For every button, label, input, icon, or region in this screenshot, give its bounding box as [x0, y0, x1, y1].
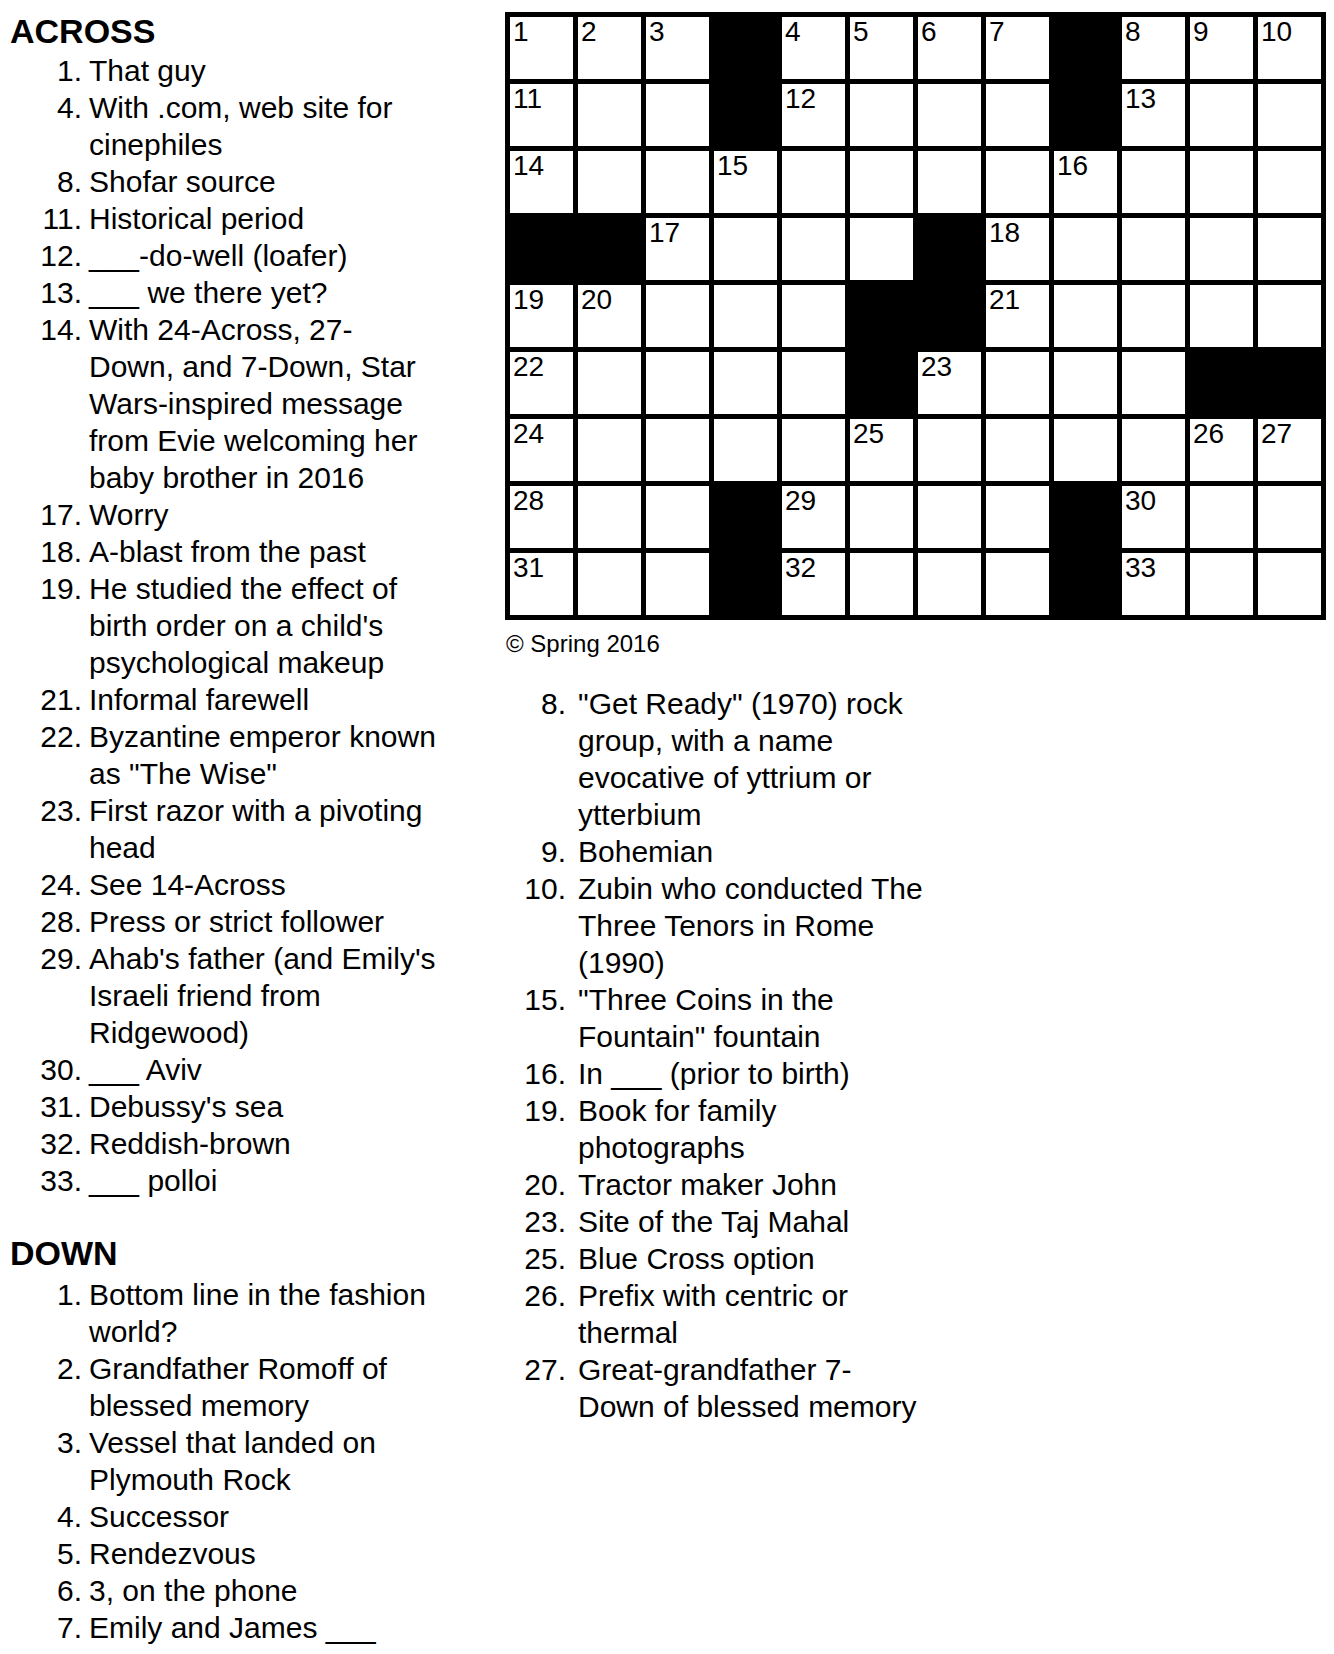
grid-cell — [578, 352, 641, 414]
grid-cell — [782, 352, 845, 414]
clue: 4.Successor — [10, 1498, 482, 1535]
clue-text: Rendezvous — [89, 1535, 256, 1572]
clue: 32.Reddish-brown — [10, 1125, 482, 1162]
black-cell — [1054, 553, 1117, 615]
clue: 4.With .com, web site for cinephiles — [10, 89, 482, 163]
clue-text: Blue Cross option — [578, 1240, 815, 1277]
clue-number: 32. — [10, 1125, 82, 1162]
cell-number: 9 — [1193, 18, 1209, 46]
grid-cell: 29 — [782, 486, 845, 548]
clue: 11.Historical period — [10, 200, 482, 237]
black-cell — [510, 218, 573, 280]
clue-number: 28. — [10, 903, 82, 940]
clue: 31.Debussy's sea — [10, 1088, 482, 1125]
grid-cell — [850, 84, 913, 146]
grid-cell: 28 — [510, 486, 573, 548]
grid-cell: 12 — [782, 84, 845, 146]
clue-number: 11. — [10, 200, 82, 237]
down-clue-list-left: 1.Bottom line in the fashion world?2.Gra… — [10, 1276, 482, 1646]
clue-number: 1. — [10, 52, 82, 89]
grid-cell — [918, 419, 981, 481]
clue-number: 25. — [494, 1240, 566, 1277]
grid-cell: 22 — [510, 352, 573, 414]
clue-text: Debussy's sea — [89, 1088, 283, 1125]
clue-text: Book for family photographs — [578, 1092, 776, 1166]
clue: 16.In ___ (prior to birth) — [494, 1055, 994, 1092]
clue: 7.Emily and James ___ — [10, 1609, 482, 1646]
grid-cell — [646, 486, 709, 548]
clue-number: 17. — [10, 496, 82, 533]
clue-number: 30. — [10, 1051, 82, 1088]
grid-cell — [918, 553, 981, 615]
grid-cell: 3 — [646, 17, 709, 79]
clue-text: Zubin who conducted The Three Tenors in … — [578, 870, 923, 981]
clue-text: Site of the Taj Mahal — [578, 1203, 849, 1240]
clue-number: 10. — [494, 870, 566, 981]
clue-number: 22. — [10, 718, 82, 792]
cell-number: 33 — [1125, 554, 1156, 582]
cell-number: 3 — [649, 18, 665, 46]
cell-number: 5 — [853, 18, 869, 46]
clue: 23.Site of the Taj Mahal — [494, 1203, 994, 1240]
clue-number: 16. — [494, 1055, 566, 1092]
cell-number: 11 — [513, 85, 542, 113]
grid-cell — [1054, 419, 1117, 481]
cell-number: 8 — [1125, 18, 1141, 46]
clue-text: Ahab's father (and Emily's Israeli frien… — [89, 940, 436, 1051]
grid-cell — [578, 486, 641, 548]
clue: 27.Great-grandfather 7- Down of blessed … — [494, 1351, 994, 1425]
clue-text: Informal farewell — [89, 681, 309, 718]
clue: 9.Bohemian — [494, 833, 994, 870]
clue-number: 4. — [10, 1498, 82, 1535]
grid-cell — [1258, 486, 1321, 548]
grid-cell — [1122, 218, 1185, 280]
cell-number: 23 — [921, 353, 952, 381]
cell-number: 10 — [1261, 18, 1292, 46]
clue-number: 29. — [10, 940, 82, 1051]
clue-text: 3, on the phone — [89, 1572, 298, 1609]
grid-cell — [1190, 285, 1253, 347]
black-cell — [714, 486, 777, 548]
grid-cell: 32 — [782, 553, 845, 615]
cell-number: 20 — [581, 286, 612, 314]
clue: 25.Blue Cross option — [494, 1240, 994, 1277]
clue: 2.Grandfather Romoff of blessed memory — [10, 1350, 482, 1424]
clue: 29.Ahab's father (and Emily's Israeli fr… — [10, 940, 482, 1051]
clue-text: ___ we there yet? — [89, 274, 328, 311]
cell-number: 4 — [785, 18, 801, 46]
grid-cell — [918, 151, 981, 213]
grid-cell — [918, 84, 981, 146]
clue-number: 23. — [494, 1203, 566, 1240]
black-cell — [1054, 84, 1117, 146]
grid-cell: 4 — [782, 17, 845, 79]
grid-cell: 30 — [1122, 486, 1185, 548]
grid-cell — [986, 419, 1049, 481]
grid-cell — [646, 285, 709, 347]
cell-number: 17 — [649, 219, 680, 247]
cell-number: 15 — [717, 152, 748, 180]
black-cell — [714, 84, 777, 146]
clue: 17.Worry — [10, 496, 482, 533]
grid-cell: 5 — [850, 17, 913, 79]
clue: 1.Bottom line in the fashion world? — [10, 1276, 482, 1350]
clue: 33.___ polloi — [10, 1162, 482, 1199]
grid-cell — [714, 218, 777, 280]
cell-number: 13 — [1125, 85, 1156, 113]
grid-cell — [578, 419, 641, 481]
grid-cell: 7 — [986, 17, 1049, 79]
grid-cell: 10 — [1258, 17, 1321, 79]
clue-text: In ___ (prior to birth) — [578, 1055, 850, 1092]
grid-cell — [1054, 352, 1117, 414]
grid-cell: 31 — [510, 553, 573, 615]
clue-number: 23. — [10, 792, 82, 866]
cell-number: 21 — [989, 286, 1020, 314]
clue-text: First razor with a pivoting head — [89, 792, 422, 866]
clue: 20.Tractor maker John — [494, 1166, 994, 1203]
clue-text: Prefix with centric or thermal — [578, 1277, 848, 1351]
grid-cell — [1190, 553, 1253, 615]
clue-number: 5. — [10, 1535, 82, 1572]
cell-number: 22 — [513, 353, 544, 381]
clue-number: 20. — [494, 1166, 566, 1203]
cell-number: 31 — [513, 554, 544, 582]
cell-number: 27 — [1261, 420, 1292, 448]
black-cell — [714, 553, 777, 615]
clue-number: 6. — [10, 1572, 82, 1609]
clue: 21.Informal farewell — [10, 681, 482, 718]
cell-number: 16 — [1057, 152, 1088, 180]
clue: 24.See 14-Across — [10, 866, 482, 903]
across-heading: ACROSS — [10, 14, 155, 48]
clue: 10.Zubin who conducted The Three Tenors … — [494, 870, 994, 981]
grid-cell — [918, 486, 981, 548]
clue-number: 21. — [10, 681, 82, 718]
grid-cell — [646, 553, 709, 615]
clue-text: Successor — [89, 1498, 229, 1535]
clue: 30.___ Aviv — [10, 1051, 482, 1088]
black-cell — [714, 17, 777, 79]
clue-number: 31. — [10, 1088, 82, 1125]
grid-cell: 16 — [1054, 151, 1117, 213]
clue: 26.Prefix with centric or thermal — [494, 1277, 994, 1351]
clue-text: A-blast from the past — [89, 533, 366, 570]
cell-number: 29 — [785, 487, 816, 515]
clue-number: 8. — [494, 685, 566, 833]
clue-number: 4. — [10, 89, 82, 163]
clue-number: 26. — [494, 1277, 566, 1351]
cell-number: 32 — [785, 554, 816, 582]
down-heading: DOWN — [10, 1236, 118, 1270]
clue: 22.Byzantine emperor known as "The Wise" — [10, 718, 482, 792]
clue-text: With 24-Across, 27- Down, and 7-Down, St… — [89, 311, 417, 496]
clue: 19.He studied the effect of birth order … — [10, 570, 482, 681]
grid-cell — [782, 419, 845, 481]
grid-cell — [646, 84, 709, 146]
black-cell — [918, 285, 981, 347]
clue-text: ___-do-well (loafer) — [89, 237, 347, 274]
grid-cell: 2 — [578, 17, 641, 79]
cell-number: 1 — [513, 18, 529, 46]
grid-cell — [1258, 285, 1321, 347]
clue-text: Emily and James ___ — [89, 1609, 376, 1646]
clue: 12.___-do-well (loafer) — [10, 237, 482, 274]
copyright-text: © Spring 2016 — [506, 631, 660, 657]
clue-number: 15. — [494, 981, 566, 1055]
grid-cell — [986, 352, 1049, 414]
clue-text: Vessel that landed on Plymouth Rock — [89, 1424, 376, 1498]
clue-text: Shofar source — [89, 163, 276, 200]
grid-cell — [578, 553, 641, 615]
black-cell — [1054, 17, 1117, 79]
clue: 8."Get Ready" (1970) rock group, with a … — [494, 685, 994, 833]
black-cell — [1258, 352, 1321, 414]
clue-number: 14. — [10, 311, 82, 496]
crossword-grid: 1234567891011121314151617181920212223242… — [505, 12, 1326, 620]
clue-text: Reddish-brown — [89, 1125, 291, 1162]
grid-cell: 13 — [1122, 84, 1185, 146]
clue: 18.A-blast from the past — [10, 533, 482, 570]
black-cell — [918, 218, 981, 280]
clue-number: 18. — [10, 533, 82, 570]
clue: 19.Book for family photographs — [494, 1092, 994, 1166]
grid-cell: 11 — [510, 84, 573, 146]
clue-number: 27. — [494, 1351, 566, 1425]
grid-cell — [1122, 419, 1185, 481]
cell-number: 18 — [989, 219, 1020, 247]
grid-cell: 17 — [646, 218, 709, 280]
clue-number: 2. — [10, 1350, 82, 1424]
grid-cell — [578, 151, 641, 213]
clue-text: "Three Coins in the Fountain" fountain — [578, 981, 834, 1055]
clue-number: 1. — [10, 1276, 82, 1350]
grid-cell — [714, 285, 777, 347]
grid-cell — [986, 151, 1049, 213]
grid-cell — [1190, 486, 1253, 548]
grid-cell — [578, 84, 641, 146]
clue-text: Press or strict follower — [89, 903, 384, 940]
clue: 14.With 24-Across, 27- Down, and 7-Down,… — [10, 311, 482, 496]
black-cell — [1190, 352, 1253, 414]
grid-cell: 15 — [714, 151, 777, 213]
grid-cell — [1122, 151, 1185, 213]
clue-text: Tractor maker John — [578, 1166, 837, 1203]
down-clue-list-right: 8."Get Ready" (1970) rock group, with a … — [494, 685, 994, 1425]
clue-number: 24. — [10, 866, 82, 903]
clue-text: With .com, web site for cinephiles — [89, 89, 392, 163]
clue: 1.That guy — [10, 52, 482, 89]
grid-cell — [986, 553, 1049, 615]
grid-cell — [646, 352, 709, 414]
grid-cell: 14 — [510, 151, 573, 213]
cell-number: 26 — [1193, 420, 1224, 448]
clue: 23.First razor with a pivoting head — [10, 792, 482, 866]
clue-text: ___ Aviv — [89, 1051, 202, 1088]
grid-cell: 18 — [986, 218, 1049, 280]
grid-cell — [1122, 352, 1185, 414]
clue-number: 33. — [10, 1162, 82, 1199]
grid-cell — [1190, 151, 1253, 213]
grid-cell — [714, 419, 777, 481]
clue-number: 19. — [10, 570, 82, 681]
clue-number: 9. — [494, 833, 566, 870]
grid-cell — [1122, 285, 1185, 347]
cell-number: 25 — [853, 420, 884, 448]
grid-cell — [986, 486, 1049, 548]
clue: 8.Shofar source — [10, 163, 482, 200]
clue-text: "Get Ready" (1970) rock group, with a na… — [578, 685, 903, 833]
cell-number: 30 — [1125, 487, 1156, 515]
grid-cell — [646, 151, 709, 213]
black-cell — [850, 352, 913, 414]
grid-cell: 21 — [986, 285, 1049, 347]
grid-cell: 24 — [510, 419, 573, 481]
grid-cell — [1054, 285, 1117, 347]
grid-cell: 27 — [1258, 419, 1321, 481]
clue-text: Bohemian — [578, 833, 713, 870]
black-cell — [850, 285, 913, 347]
clue: 28.Press or strict follower — [10, 903, 482, 940]
grid-cell — [1054, 218, 1117, 280]
clue-number: 8. — [10, 163, 82, 200]
clue-text: Bottom line in the fashion world? — [89, 1276, 426, 1350]
clue-number: 19. — [494, 1092, 566, 1166]
clue-number: 7. — [10, 1609, 82, 1646]
black-cell — [1054, 486, 1117, 548]
grid-cell — [850, 218, 913, 280]
clue-text: Great-grandfather 7- Down of blessed mem… — [578, 1351, 916, 1425]
clue-text: He studied the effect of birth order on … — [89, 570, 397, 681]
clue-text: Byzantine emperor known as "The Wise" — [89, 718, 436, 792]
grid-cell: 23 — [918, 352, 981, 414]
cell-number: 28 — [513, 487, 544, 515]
grid-cell — [1190, 84, 1253, 146]
clue: 5.Rendezvous — [10, 1535, 482, 1572]
across-clue-list: 1.That guy4.With .com, web site for cine… — [10, 52, 482, 1199]
clue: 15."Three Coins in the Fountain" fountai… — [494, 981, 994, 1055]
clue-text: Grandfather Romoff of blessed memory — [89, 1350, 387, 1424]
cell-number: 19 — [513, 286, 544, 314]
grid-cell: 25 — [850, 419, 913, 481]
grid-cell — [1258, 84, 1321, 146]
grid-cell — [782, 285, 845, 347]
cell-number: 2 — [581, 18, 597, 46]
grid-cell: 6 — [918, 17, 981, 79]
clue: 13.___ we there yet? — [10, 274, 482, 311]
clue-number: 3. — [10, 1424, 82, 1498]
clue: 6.3, on the phone — [10, 1572, 482, 1609]
grid-cell: 20 — [578, 285, 641, 347]
grid-cell: 33 — [1122, 553, 1185, 615]
grid-cell — [850, 486, 913, 548]
grid-cell: 19 — [510, 285, 573, 347]
grid-cell — [1190, 218, 1253, 280]
grid-cell — [850, 553, 913, 615]
clue-number: 13. — [10, 274, 82, 311]
grid-cell: 1 — [510, 17, 573, 79]
grid-cell — [782, 218, 845, 280]
grid-cell — [782, 151, 845, 213]
grid-cell — [1258, 553, 1321, 615]
cell-number: 7 — [989, 18, 1005, 46]
clue-text: That guy — [89, 52, 206, 89]
clue-text: ___ polloi — [89, 1162, 217, 1199]
cell-number: 14 — [513, 152, 544, 180]
cell-number: 12 — [785, 85, 816, 113]
clue-number: 12. — [10, 237, 82, 274]
cell-number: 6 — [921, 18, 937, 46]
clue: 3.Vessel that landed on Plymouth Rock — [10, 1424, 482, 1498]
grid-cell — [714, 352, 777, 414]
clue-text: Worry — [89, 496, 168, 533]
grid-cell: 8 — [1122, 17, 1185, 79]
grid-cell: 9 — [1190, 17, 1253, 79]
grid-cell — [850, 151, 913, 213]
cell-number: 24 — [513, 420, 544, 448]
grid-cell — [986, 84, 1049, 146]
grid-cell — [1258, 151, 1321, 213]
clue-text: See 14-Across — [89, 866, 286, 903]
black-cell — [578, 218, 641, 280]
grid-cell — [1258, 218, 1321, 280]
grid-cell — [646, 419, 709, 481]
grid-cell: 26 — [1190, 419, 1253, 481]
clue-text: Historical period — [89, 200, 304, 237]
